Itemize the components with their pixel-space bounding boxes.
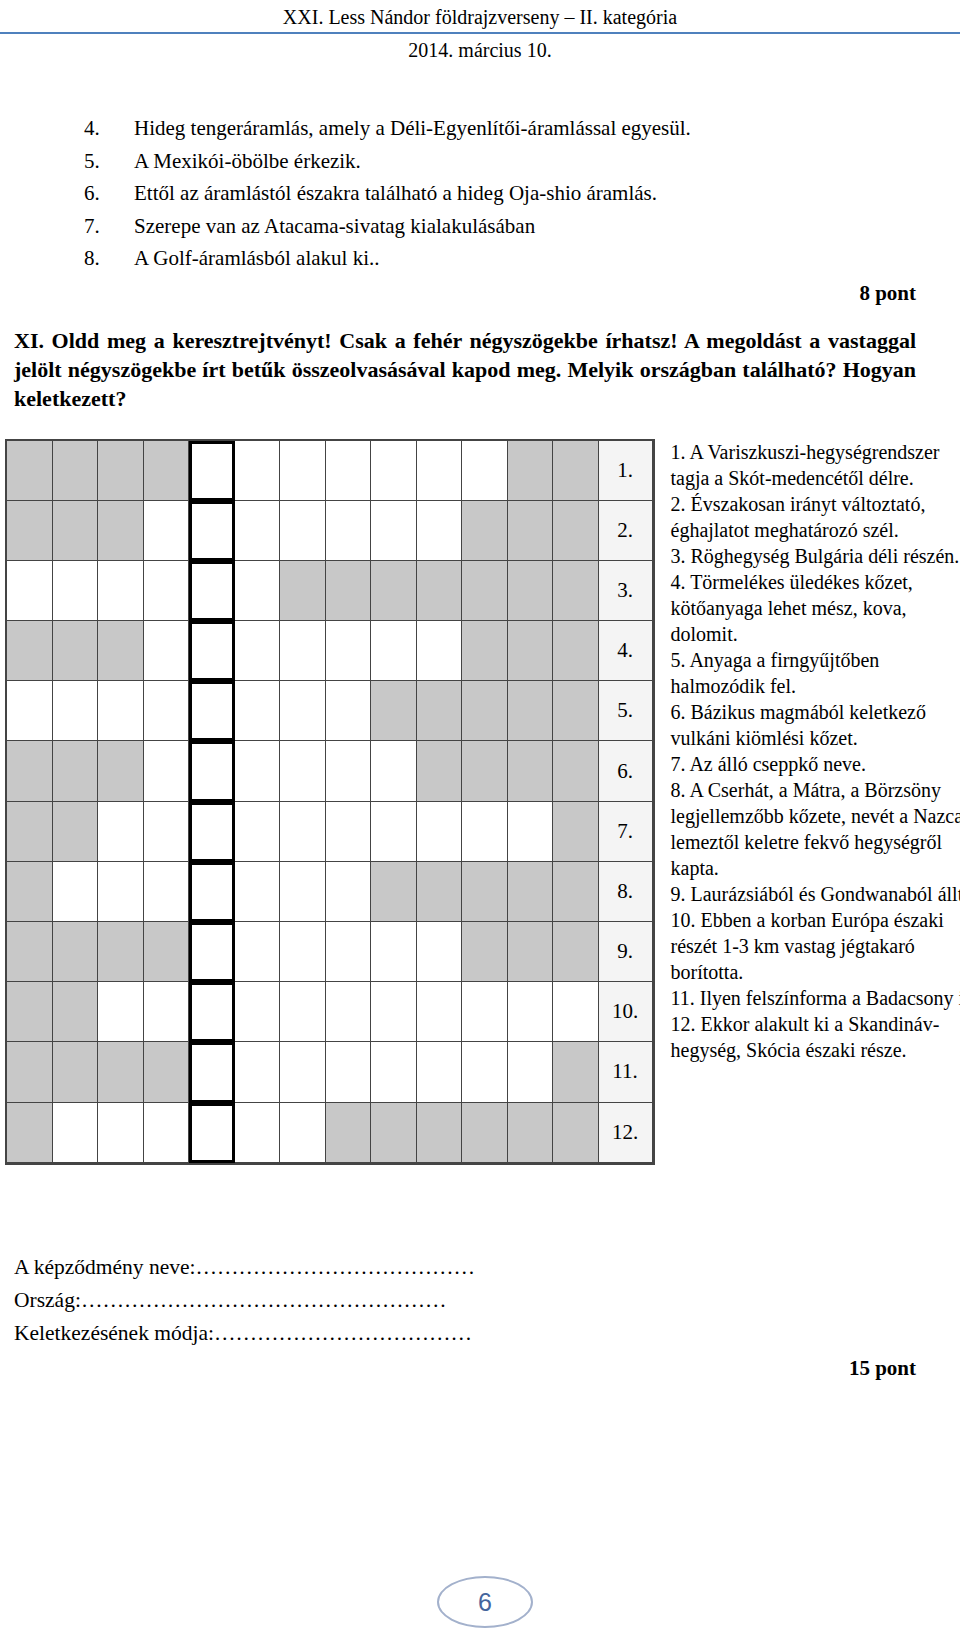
grid-cell-open[interactable] <box>508 802 554 862</box>
grid-cell-blocked <box>371 561 417 621</box>
answer-line: Keletkezésének módja:……………………………… <box>14 1317 960 1350</box>
grid-cell-open[interactable] <box>144 802 190 862</box>
grid-cell-open[interactable] <box>326 862 372 922</box>
list-item: 4.Hideg tengeráramlás, amely a Déli-Egye… <box>0 112 960 145</box>
row-number-label: 5. <box>599 681 653 741</box>
grid-cell-blocked <box>553 681 599 741</box>
grid-cell-blocked <box>462 621 508 681</box>
grid-cell-blocked <box>371 1103 417 1163</box>
grid-cell-open[interactable] <box>417 1042 463 1102</box>
grid-cell-open[interactable] <box>508 1042 554 1102</box>
grid-cell-blocked <box>417 1103 463 1163</box>
grid-cell-blocked <box>53 982 99 1042</box>
task-instruction: XI. Oldd meg a keresztrejtvényt! Csak a … <box>14 326 916 413</box>
grid-cell-solution[interactable] <box>189 741 235 801</box>
grid-cell-blocked <box>508 561 554 621</box>
grid-cell-blocked <box>417 681 463 741</box>
grid-cell-blocked <box>53 621 99 681</box>
grid-cell-blocked <box>553 802 599 862</box>
grid-cell-open[interactable] <box>462 802 508 862</box>
grid-cell-open[interactable] <box>144 681 190 741</box>
grid-cell-open[interactable] <box>144 501 190 561</box>
grid-cell-blocked <box>508 922 554 982</box>
grid-cell-blocked <box>553 862 599 922</box>
grid-cell-blocked <box>53 741 99 801</box>
answer-label: Ország: <box>14 1288 81 1312</box>
clue-item: 2. Évszakosan irányt változtató, éghajla… <box>671 491 960 543</box>
grid-cell-blocked <box>7 621 53 681</box>
grid-cell-open[interactable] <box>280 741 326 801</box>
list-item-number: 5. <box>84 145 134 178</box>
grid-cell-open[interactable] <box>417 922 463 982</box>
grid-cell-blocked <box>7 741 53 801</box>
grid-cell-open[interactable] <box>371 441 417 501</box>
grid-cell-blocked <box>280 561 326 621</box>
grid-cell-open[interactable] <box>417 501 463 561</box>
grid-cell-blocked <box>98 741 144 801</box>
list-item-text: A Mexikói-öbölbe érkezik. <box>134 145 361 178</box>
row-number-label: 1. <box>599 441 653 501</box>
grid-cell-blocked <box>326 1103 372 1163</box>
grid-cell-open[interactable] <box>235 561 281 621</box>
grid-cell-open[interactable] <box>553 982 599 1042</box>
list-item-number: 8. <box>84 242 134 275</box>
list-item-number: 7. <box>84 210 134 243</box>
row-number-label: 8. <box>599 862 653 922</box>
clue-item: 8. A Cserhát, a Mátra, a Börzsöny legjel… <box>671 777 960 881</box>
grid-cell-blocked <box>417 561 463 621</box>
grid-cell-blocked <box>53 501 99 561</box>
grid-cell-open[interactable] <box>462 1042 508 1102</box>
grid-cell-open[interactable] <box>7 681 53 741</box>
grid-cell-open[interactable] <box>417 441 463 501</box>
row-number-label: 4. <box>599 621 653 681</box>
grid-cell-blocked <box>462 681 508 741</box>
page-date: 2014. március 10. <box>0 39 960 62</box>
grid-cell-solution[interactable] <box>189 561 235 621</box>
grid-cell-open[interactable] <box>462 441 508 501</box>
grid-cell-open[interactable] <box>235 621 281 681</box>
clue-item: 9. Laurázsiából és Gondwanaból állt. <box>671 881 960 907</box>
clue-item: 1. A Variszkuszi-hegységrendszer tagja a… <box>671 439 960 491</box>
answers-section: A képződmény neve:…………………………………Ország:……… <box>14 1251 960 1350</box>
grid-cell-open[interactable] <box>53 681 99 741</box>
grid-cell-blocked <box>508 1103 554 1163</box>
grid-cell-blocked <box>7 922 53 982</box>
grid-cell-solution[interactable] <box>189 922 235 982</box>
grid-cell-open[interactable] <box>326 982 372 1042</box>
grid-cell-open[interactable] <box>98 802 144 862</box>
grid-cell-blocked <box>462 922 508 982</box>
grid-cell-open[interactable] <box>235 681 281 741</box>
grid-cell-open[interactable] <box>98 982 144 1042</box>
row-number-label: 12. <box>599 1103 653 1163</box>
list-item-text: Ettől az áramlástól északra található a … <box>134 177 657 210</box>
grid-cell-open[interactable] <box>235 982 281 1042</box>
grid-cell-blocked <box>553 1042 599 1102</box>
grid-cell-blocked <box>53 441 99 501</box>
grid-cell-open[interactable] <box>235 501 281 561</box>
grid-cell-solution[interactable] <box>189 501 235 561</box>
list-item-number: 6. <box>84 177 134 210</box>
grid-cell-open[interactable] <box>280 681 326 741</box>
grid-cell-open[interactable] <box>98 681 144 741</box>
answer-line: A képződmény neve:………………………………… <box>14 1251 960 1284</box>
answer-blank[interactable]: ………………………………… <box>196 1255 476 1279</box>
grid-cell-open[interactable] <box>280 1042 326 1102</box>
grid-cell-blocked <box>553 741 599 801</box>
grid-cell-blocked <box>53 802 99 862</box>
grid-cell-blocked <box>462 501 508 561</box>
grid-cell-blocked <box>98 621 144 681</box>
grid-cell-open[interactable] <box>280 1103 326 1163</box>
answer-blank[interactable]: …………………………………………… <box>81 1288 447 1312</box>
grid-cell-solution[interactable] <box>189 681 235 741</box>
list-item: 6.Ettől az áramlástól északra található … <box>0 177 960 210</box>
grid-cell-open[interactable] <box>417 982 463 1042</box>
grid-cell-open[interactable] <box>144 862 190 922</box>
grid-cell-blocked <box>7 441 53 501</box>
clues-list: 1. A Variszkuszi-hegységrendszer tagja a… <box>671 439 960 1063</box>
grid-cell-open[interactable] <box>144 741 190 801</box>
grid-cell-blocked <box>371 681 417 741</box>
page-header: XXI. Less Nándor földrajzverseny – II. k… <box>0 0 960 62</box>
list-item-text: Hideg tengeráramlás, amely a Déli-Egyenl… <box>134 112 691 145</box>
grid-cell-open[interactable] <box>326 441 372 501</box>
grid-cell-blocked <box>508 501 554 561</box>
answer-line: Ország:…………………………………………… <box>14 1284 960 1317</box>
grid-cell-open[interactable] <box>280 621 326 681</box>
row-number-label: 3. <box>599 561 653 621</box>
grid-cell-open[interactable] <box>235 441 281 501</box>
grid-cell-open[interactable] <box>326 802 372 862</box>
grid-cell-blocked <box>98 1042 144 1102</box>
grid-cell-blocked <box>53 922 99 982</box>
grid-cell-open[interactable] <box>371 501 417 561</box>
answer-label: Keletkezésének módja: <box>14 1321 214 1345</box>
grid-cell-open[interactable] <box>326 1042 372 1102</box>
grid-cell-open[interactable] <box>144 561 190 621</box>
grid-cell-solution[interactable] <box>189 982 235 1042</box>
answer-label: A képződmény neve: <box>14 1255 196 1279</box>
grid-cell-blocked <box>144 1042 190 1102</box>
grid-cell-open[interactable] <box>371 982 417 1042</box>
grid-cell-blocked <box>417 741 463 801</box>
grid-cell-solution[interactable] <box>189 621 235 681</box>
clue-item: 6. Bázikus magmából keletkező vulkáni ki… <box>671 699 960 751</box>
grid-cell-blocked <box>508 741 554 801</box>
grid-cell-blocked <box>53 1042 99 1102</box>
grid-cell-blocked <box>417 862 463 922</box>
grid-cell-open[interactable] <box>326 501 372 561</box>
list-item-text: A Golf-áramlásból alakul ki.. <box>134 242 380 275</box>
grid-cell-open[interactable] <box>280 441 326 501</box>
row-number-label: 11. <box>599 1042 653 1102</box>
grid-cell-blocked <box>98 501 144 561</box>
grid-cell-solution[interactable] <box>189 1103 235 1163</box>
intro-list: 4.Hideg tengeráramlás, amely a Déli-Egye… <box>0 112 960 275</box>
grid-cell-open[interactable] <box>371 741 417 801</box>
grid-cell-blocked <box>7 982 53 1042</box>
list-item: 7.Szerepe van az Atacama-sivatag kialaku… <box>0 210 960 243</box>
grid-cell-open[interactable] <box>371 621 417 681</box>
answer-blank[interactable]: ……………………………… <box>214 1321 472 1345</box>
points-15-label: 15 pont <box>0 1356 916 1381</box>
grid-cell-blocked <box>508 862 554 922</box>
grid-cell-blocked <box>508 441 554 501</box>
grid-cell-open[interactable] <box>280 862 326 922</box>
grid-cell-blocked <box>462 862 508 922</box>
grid-cell-blocked <box>508 681 554 741</box>
clue-item: 7. Az álló cseppkő neve. <box>671 751 960 777</box>
grid-cell-blocked <box>508 621 554 681</box>
grid-cell-blocked <box>462 741 508 801</box>
grid-cell-blocked <box>553 501 599 561</box>
puzzle-section: 1.2.3.4.5.6.7.8.9.10.11.12. 1. A Variszk… <box>0 439 960 1165</box>
clue-item: 11. Ilyen felszínforma a Badacsony is. <box>671 985 960 1011</box>
points-8-label: 8 pont <box>0 281 916 306</box>
list-item: 8.A Golf-áramlásból alakul ki.. <box>0 242 960 275</box>
grid-cell-open[interactable] <box>144 1103 190 1163</box>
grid-cell-blocked <box>144 922 190 982</box>
grid-cell-open[interactable] <box>417 802 463 862</box>
grid-cell-open[interactable] <box>235 862 281 922</box>
page-number: 6 <box>478 1588 492 1617</box>
crossword-grid: 1.2.3.4.5.6.7.8.9.10.11.12. <box>5 439 655 1165</box>
grid-cell-open[interactable] <box>371 802 417 862</box>
grid-cell-blocked <box>7 1103 53 1163</box>
grid-cell-blocked <box>7 501 53 561</box>
grid-cell-open[interactable] <box>280 922 326 982</box>
row-number-label: 2. <box>599 501 653 561</box>
grid-cell-open[interactable] <box>235 741 281 801</box>
grid-cell-open[interactable] <box>144 982 190 1042</box>
grid-cell-solution[interactable] <box>189 862 235 922</box>
grid-cell-blocked <box>553 561 599 621</box>
grid-cell-blocked <box>144 441 190 501</box>
clue-item: 4. Törmelékes üledékes kőzet, kötőanyaga… <box>671 569 960 647</box>
grid-cell-open[interactable] <box>53 561 99 621</box>
list-item-text: Szerepe van az Atacama-sivatag kialakulá… <box>134 210 535 243</box>
page-title: XXI. Less Nándor földrajzverseny – II. k… <box>0 0 960 29</box>
list-item-number: 4. <box>84 112 134 145</box>
clue-item: 10. Ebben a korban Európa északi részét … <box>671 907 960 985</box>
row-number-label: 6. <box>599 741 653 801</box>
grid-cell-blocked <box>371 862 417 922</box>
grid-cell-open[interactable] <box>371 922 417 982</box>
row-number-label: 7. <box>599 802 653 862</box>
clue-item: 5. Anyaga a firngyűjtőben halmozódik fel… <box>671 647 960 699</box>
grid-cell-open[interactable] <box>7 561 53 621</box>
list-item: 5.A Mexikói-öbölbe érkezik. <box>0 145 960 178</box>
clue-item: 3. Röghegység Bulgária déli részén. <box>671 543 960 569</box>
grid-cell-blocked <box>326 561 372 621</box>
row-number-label: 10. <box>599 982 653 1042</box>
grid-cell-blocked <box>98 441 144 501</box>
grid-cell-open[interactable] <box>280 501 326 561</box>
clue-item: 12. Ekkor alakult ki a Skandináv-hegység… <box>671 1011 960 1063</box>
grid-cell-blocked <box>7 802 53 862</box>
grid-cell-solution[interactable] <box>189 802 235 862</box>
grid-cell-blocked <box>553 441 599 501</box>
grid-cell-open[interactable] <box>235 1103 281 1163</box>
crossword-grid-wrapper: 1.2.3.4.5.6.7.8.9.10.11.12. <box>5 439 655 1165</box>
grid-cell-blocked <box>462 1103 508 1163</box>
header-divider-line <box>0 32 960 34</box>
grid-cell-open[interactable] <box>98 862 144 922</box>
grid-cell-open[interactable] <box>53 862 99 922</box>
grid-cell-open[interactable] <box>98 1103 144 1163</box>
grid-cell-open[interactable] <box>326 922 372 982</box>
grid-cell-open[interactable] <box>326 741 372 801</box>
grid-cell-solution[interactable] <box>189 441 235 501</box>
grid-cell-blocked <box>7 1042 53 1102</box>
grid-cell-blocked <box>553 1103 599 1163</box>
grid-cell-open[interactable] <box>280 802 326 862</box>
grid-cell-open[interactable] <box>371 1042 417 1102</box>
grid-cell-open[interactable] <box>508 982 554 1042</box>
grid-cell-open[interactable] <box>53 1103 99 1163</box>
grid-cell-open[interactable] <box>417 621 463 681</box>
grid-cell-blocked <box>553 621 599 681</box>
grid-cell-blocked <box>7 862 53 922</box>
grid-cell-open[interactable] <box>326 621 372 681</box>
grid-cell-blocked <box>98 922 144 982</box>
grid-cell-solution[interactable] <box>189 1042 235 1102</box>
grid-cell-open[interactable] <box>280 982 326 1042</box>
page-number-oval: 6 <box>437 1576 533 1628</box>
grid-cell-open[interactable] <box>235 802 281 862</box>
grid-cell-open[interactable] <box>326 681 372 741</box>
grid-cell-open[interactable] <box>235 1042 281 1102</box>
grid-cell-blocked <box>553 922 599 982</box>
grid-cell-open[interactable] <box>98 561 144 621</box>
grid-cell-blocked <box>462 561 508 621</box>
row-number-label: 9. <box>599 922 653 982</box>
grid-cell-open[interactable] <box>235 922 281 982</box>
grid-cell-open[interactable] <box>462 982 508 1042</box>
grid-cell-open[interactable] <box>144 621 190 681</box>
